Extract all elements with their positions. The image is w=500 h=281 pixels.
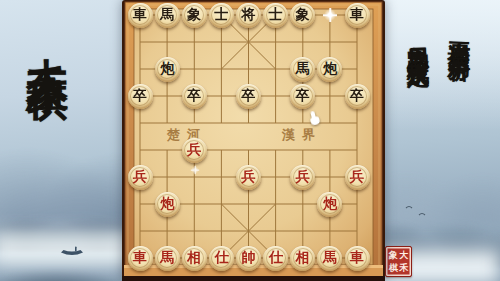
piece-black-rook-i10[interactable]: 車 xyxy=(345,3,370,28)
boat-silhouette xyxy=(60,246,84,257)
piece-red-advisor-d1[interactable]: 仕 xyxy=(209,246,234,271)
piece-red-elephant-g1[interactable]: 相 xyxy=(290,246,315,271)
river-label-right: 漢界 xyxy=(282,126,322,145)
piece-red-horse-b1[interactable]: 馬 xyxy=(155,246,180,271)
sparkle-icon xyxy=(323,8,337,22)
brand-seal: 大 禾 象 棋 xyxy=(385,246,412,277)
piece-black-horse-g8[interactable]: 馬 xyxy=(290,57,315,82)
board-frame-and-grid xyxy=(122,0,385,281)
piece-red-cannon-h3[interactable]: 炮 xyxy=(317,192,342,217)
piece-red-horse-h1[interactable]: 馬 xyxy=(317,246,342,271)
xiangqi-app-cover: 大禾象棋 正谱布局 中局分析 入局思路 残棋定式 大 禾 象 棋 xyxy=(0,0,500,281)
seal-char: 大 xyxy=(399,249,410,262)
piece-black-pawn-e7[interactable]: 卒 xyxy=(236,84,261,109)
tagline-column-left: 入局思路 残棋定式 xyxy=(403,29,433,48)
piece-black-advisor-f10[interactable]: 士 xyxy=(263,3,288,28)
piece-black-horse-b10[interactable]: 馬 xyxy=(155,3,180,28)
piece-black-advisor-d10[interactable]: 士 xyxy=(209,3,234,28)
birds-icon xyxy=(405,204,431,218)
piece-red-pawn-g4[interactable]: 兵 xyxy=(290,165,315,190)
piece-red-king-e1[interactable]: 帥 xyxy=(236,246,261,271)
piece-red-advisor-f1[interactable]: 仕 xyxy=(263,246,288,271)
piece-black-cannon-b8[interactable]: 炮 xyxy=(155,57,180,82)
tagline-phrase: 残棋定式 xyxy=(403,43,433,48)
piece-red-elephant-c1[interactable]: 相 xyxy=(182,246,207,271)
piece-black-elephant-c10[interactable]: 象 xyxy=(182,3,207,28)
piece-black-king-e10[interactable]: 将 xyxy=(236,3,261,28)
seal-char: 禾 xyxy=(399,262,410,275)
piece-red-pawn-a4[interactable]: 兵 xyxy=(128,165,153,190)
seal-char: 象 xyxy=(388,249,399,262)
piece-red-rook-i1[interactable]: 車 xyxy=(345,246,370,271)
piece-black-pawn-i7[interactable]: 卒 xyxy=(345,84,370,109)
piece-black-pawn-c7[interactable]: 卒 xyxy=(182,84,207,109)
tagline-column-right: 正谱布局 中局分析 xyxy=(446,24,476,43)
piece-black-rook-a10[interactable]: 車 xyxy=(128,3,153,28)
xiangqi-board[interactable]: 楚河 漢界 車馬象士将士象車炮馬炮卒卒卒卒卒兵兵兵兵兵炮炮車馬相仕帥仕相馬車 xyxy=(122,0,385,281)
sparkle-icon xyxy=(191,166,199,174)
piece-red-pawn-c5[interactable]: 兵 xyxy=(182,138,207,163)
tagline-phrase: 正谱布局 xyxy=(446,23,476,28)
piece-red-pawn-e4[interactable]: 兵 xyxy=(236,165,261,190)
piece-black-elephant-g10[interactable]: 象 xyxy=(290,3,315,28)
tagline-phrase: 入局思路 xyxy=(403,28,433,33)
brand-title: 大禾象棋 xyxy=(18,24,74,53)
seal-char: 棋 xyxy=(388,262,399,275)
piece-red-cannon-b3[interactable]: 炮 xyxy=(155,192,180,217)
tagline-phrase: 中局分析 xyxy=(446,38,476,43)
piece-red-pawn-i4[interactable]: 兵 xyxy=(345,165,370,190)
piece-black-pawn-g7[interactable]: 卒 xyxy=(290,84,315,109)
piece-black-cannon-h8[interactable]: 炮 xyxy=(317,57,342,82)
piece-red-rook-a1[interactable]: 車 xyxy=(128,246,153,271)
piece-black-pawn-a7[interactable]: 卒 xyxy=(128,84,153,109)
